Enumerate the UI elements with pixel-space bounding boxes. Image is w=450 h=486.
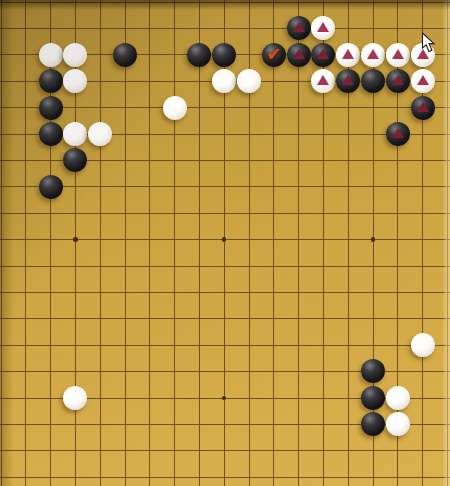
white-stone-rd[interactable] xyxy=(411,69,435,93)
white-stone-nd[interactable] xyxy=(311,69,335,93)
white-stone-qq[interactable] xyxy=(386,412,410,436)
black-stone-lc[interactable]: ✔ xyxy=(262,43,286,67)
triangle-marker-icon xyxy=(293,49,305,59)
black-stone-jc[interactable] xyxy=(212,43,236,67)
triangle-marker-icon xyxy=(342,75,354,85)
black-stone-re[interactable] xyxy=(411,96,435,120)
star-point-pj xyxy=(371,237,376,242)
black-stone-po[interactable] xyxy=(361,359,385,383)
black-stone-cd[interactable] xyxy=(39,69,63,93)
triangle-marker-icon xyxy=(293,22,305,32)
black-stone-qf[interactable] xyxy=(386,122,410,146)
triangle-marker-icon xyxy=(317,75,329,85)
triangle-marker-icon xyxy=(317,22,329,32)
white-stone-he[interactable] xyxy=(163,96,187,120)
white-stone-rn[interactable] xyxy=(411,333,435,357)
black-stone-ic[interactable] xyxy=(187,43,211,67)
black-stone-mb[interactable] xyxy=(287,16,311,40)
triangle-marker-icon xyxy=(317,49,329,59)
black-stone-qd[interactable] xyxy=(386,69,410,93)
triangle-marker-icon xyxy=(392,128,404,138)
board-grid: ✔ xyxy=(0,0,450,486)
check-marker-icon: ✔ xyxy=(266,45,281,63)
white-stone-df[interactable] xyxy=(63,122,87,146)
go-game-screenshot: ✔ xyxy=(0,0,450,486)
black-stone-dg[interactable] xyxy=(63,148,87,172)
star-point-dj xyxy=(73,237,78,242)
white-stone-pc[interactable] xyxy=(361,43,385,67)
white-stone-oc[interactable] xyxy=(336,43,360,67)
star-point-jj xyxy=(222,237,227,242)
white-stone-qc[interactable] xyxy=(386,43,410,67)
triangle-marker-icon xyxy=(367,49,379,59)
mouse-cursor-icon xyxy=(421,32,438,55)
white-stone-ef[interactable] xyxy=(88,122,112,146)
white-stone-dc[interactable] xyxy=(63,43,87,67)
black-stone-mc[interactable] xyxy=(287,43,311,67)
triangle-marker-icon xyxy=(417,102,429,112)
black-stone-fc[interactable] xyxy=(113,43,137,67)
triangle-marker-icon xyxy=(392,49,404,59)
white-stone-jd[interactable] xyxy=(212,69,236,93)
black-stone-pq[interactable] xyxy=(361,412,385,436)
triangle-marker-icon xyxy=(417,75,429,85)
white-stone-qp[interactable] xyxy=(386,386,410,410)
black-stone-ch[interactable] xyxy=(39,175,63,199)
white-stone-cc[interactable] xyxy=(39,43,63,67)
triangle-marker-icon xyxy=(342,49,354,59)
go-board-19x19[interactable]: ✔ xyxy=(0,0,450,486)
black-stone-ce[interactable] xyxy=(39,96,63,120)
black-stone-nc[interactable] xyxy=(311,43,335,67)
black-stone-od[interactable] xyxy=(336,69,360,93)
white-stone-dp[interactable] xyxy=(63,386,87,410)
star-point-jp xyxy=(222,396,227,401)
white-stone-kd[interactable] xyxy=(237,69,261,93)
black-stone-cf[interactable] xyxy=(39,122,63,146)
black-stone-pp[interactable] xyxy=(361,386,385,410)
triangle-marker-icon xyxy=(392,75,404,85)
white-stone-nb[interactable] xyxy=(311,16,335,40)
white-stone-dd[interactable] xyxy=(63,69,87,93)
black-stone-pd[interactable] xyxy=(361,69,385,93)
